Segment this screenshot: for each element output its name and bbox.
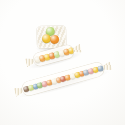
candy-orange (50, 35, 59, 44)
small-packet-candies (37, 26, 67, 49)
candy-product-photo (0, 0, 125, 125)
small-candy-packet (37, 26, 67, 49)
